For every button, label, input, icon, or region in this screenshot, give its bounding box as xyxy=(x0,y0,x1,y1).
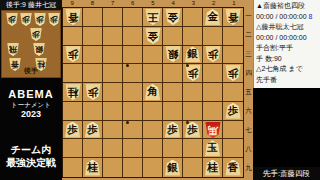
board-cell-72 xyxy=(103,27,123,46)
board-cell-49: 銀 xyxy=(163,158,183,177)
tray-row: 飛銀 xyxy=(2,42,60,56)
rank-label: 七 xyxy=(244,121,253,140)
rank-label: 三 xyxy=(244,45,253,64)
piece-歩-85: 歩 xyxy=(85,84,101,100)
piece-金-52: 金 xyxy=(145,28,161,44)
info-line: 手 数:90 xyxy=(256,54,320,65)
piece-銀-49: 銀 xyxy=(165,160,181,176)
board-cell-85: 歩 xyxy=(83,83,103,102)
board-cell-38 xyxy=(183,139,203,158)
board-cell-24 xyxy=(203,64,223,83)
board-cell-47: 歩 xyxy=(163,121,183,140)
rank-label: 一 xyxy=(244,7,253,26)
board-cell-41: 金 xyxy=(163,8,183,27)
rank-label: 五 xyxy=(244,83,253,102)
file-label: 2 xyxy=(204,0,224,7)
board-cell-55: 角 xyxy=(143,83,163,102)
board-cell-65 xyxy=(123,83,143,102)
info-line: 00:00 / 00:00:00 8 xyxy=(256,12,320,23)
rank-label: 八 xyxy=(244,140,253,159)
board-cell-27: 馬 xyxy=(203,121,223,140)
board-cell-51: 王 xyxy=(143,8,163,27)
info-line: 手合割:平手 xyxy=(256,43,320,54)
event-caption-line2: 最強決定戦 xyxy=(0,156,62,169)
piece-歩-23: 歩 xyxy=(205,46,221,62)
gote-hand-pieces: 歩歩歩歩歩歩飛銀香桂 xyxy=(2,12,60,71)
board-cell-56 xyxy=(143,102,163,121)
board-cell-79 xyxy=(103,158,123,177)
file-label: 3 xyxy=(183,0,203,7)
board-cell-98 xyxy=(63,139,83,158)
board-cell-35 xyxy=(183,83,203,102)
board-cell-48 xyxy=(163,139,183,158)
piece-桂-29: 桂 xyxy=(205,160,221,176)
left-sidebar: 後手:9 藤井七冠 歩歩歩歩歩歩飛銀香桂 後手 ABEMA トーナメント 202… xyxy=(0,0,62,180)
board-cell-82 xyxy=(83,27,103,46)
board-cell-25 xyxy=(203,83,223,102)
board-cell-14: 歩 xyxy=(223,64,243,83)
piece-金-21: 金 xyxy=(205,9,221,25)
piece-歩-16: 歩 xyxy=(225,103,241,119)
board-cell-93: 歩 xyxy=(63,46,83,65)
kifu-info-panel: ▲斎藤裕也四段00:00 / 00:00:00 8△藤井聡太七冠00:00 / … xyxy=(253,0,320,88)
board-cell-13 xyxy=(223,46,243,65)
hand-piece-歩: 歩 xyxy=(20,13,32,26)
file-label: 6 xyxy=(123,0,143,7)
info-line: ▲斎藤裕也四段 xyxy=(256,1,320,12)
board-cell-89: 桂 xyxy=(83,158,103,177)
board-cell-97: 歩 xyxy=(63,121,83,140)
piece-歩-14: 歩 xyxy=(225,65,241,81)
board-cell-54 xyxy=(143,64,163,83)
board-cell-99 xyxy=(63,158,83,177)
board-cell-23: 歩 xyxy=(203,46,223,65)
board-cell-78 xyxy=(103,139,123,158)
shogi-board-area: 987654321 香王金金香金歩銀銀歩歩歩桂歩角歩歩歩歩歩馬玉桂銀桂香 一二三… xyxy=(62,0,253,180)
piece-銀-33: 銀 xyxy=(185,46,201,62)
rank-coordinate-labels: 一二三四五六七八九 xyxy=(244,7,253,178)
board-cell-43: 銀 xyxy=(163,46,183,65)
board-cell-58 xyxy=(143,139,163,158)
board-cell-52: 金 xyxy=(143,27,163,46)
board-cell-34: 歩 xyxy=(183,64,203,83)
board-cell-75 xyxy=(103,83,123,102)
info-line: 00:00 / 00:00:00 xyxy=(256,33,320,44)
piece-桂-95: 桂 xyxy=(65,84,81,100)
stream-frame: 後手:9 藤井七冠 歩歩歩歩歩歩飛銀香桂 後手 ABEMA トーナメント 202… xyxy=(0,0,320,180)
board-cell-29: 桂 xyxy=(203,158,223,177)
piece-王-51: 王 xyxy=(145,9,161,25)
board-cell-84 xyxy=(83,64,103,83)
hand-piece-歩: 歩 xyxy=(34,13,46,26)
board-cell-18 xyxy=(223,139,243,158)
piece-金-41: 金 xyxy=(165,9,181,25)
piece-馬-27: 馬 xyxy=(205,122,221,138)
file-label: 4 xyxy=(163,0,183,7)
info-line-suffix: 8 xyxy=(307,13,313,20)
board-cell-62 xyxy=(123,27,143,46)
info-line: △2七角成 まで xyxy=(256,64,320,75)
event-caption-line1: チーム内 xyxy=(0,143,62,156)
star-point xyxy=(126,64,129,67)
board-cell-92 xyxy=(63,27,83,46)
board-cell-39 xyxy=(183,158,203,177)
abema-year-text: 2023 xyxy=(0,109,62,120)
piece-香-19: 香 xyxy=(225,160,241,176)
board-cell-94 xyxy=(63,64,83,83)
board-cell-46 xyxy=(163,102,183,121)
piece-歩-93: 歩 xyxy=(65,46,81,62)
board-cell-73 xyxy=(103,46,123,65)
board-cell-53 xyxy=(143,46,163,65)
sente-player-banner: 先手:斎藤四段 xyxy=(253,167,320,180)
hand-piece-銀: 銀 xyxy=(33,43,45,56)
piece-香-11: 香 xyxy=(225,9,241,25)
gote-tray-label: 後手 xyxy=(2,66,60,76)
board-cell-66 xyxy=(123,102,143,121)
piece-銀-43: 銀 xyxy=(165,46,181,62)
board-cell-16: 歩 xyxy=(223,102,243,121)
piece-歩-47: 歩 xyxy=(165,122,181,138)
board-cell-57 xyxy=(143,121,163,140)
gote-captured-tray: 歩歩歩歩歩歩飛銀香桂 後手 xyxy=(1,10,61,78)
board-cell-74 xyxy=(103,64,123,83)
board-cell-77 xyxy=(103,121,123,140)
hand-piece-歩: 歩 xyxy=(30,28,42,41)
piece-歩-34: 歩 xyxy=(185,65,201,81)
rank-label: 六 xyxy=(244,102,253,121)
tray-row: 歩 xyxy=(2,27,60,41)
board-cell-63 xyxy=(123,46,143,65)
event-caption: チーム内 最強決定戦 xyxy=(0,143,62,169)
rank-label: 四 xyxy=(244,64,253,83)
board-cell-32 xyxy=(183,27,203,46)
board-cell-61 xyxy=(123,8,143,27)
board-cell-31 xyxy=(183,8,203,27)
info-line: △藤井聡太七冠 xyxy=(256,22,320,33)
board-cell-45 xyxy=(163,83,183,102)
piece-歩-87: 歩 xyxy=(85,122,101,138)
star-point xyxy=(186,121,189,124)
board-cell-44 xyxy=(163,64,183,83)
board-cell-91: 香 xyxy=(63,8,83,27)
board-cell-33: 銀 xyxy=(183,46,203,65)
star-point xyxy=(186,64,189,67)
board-cell-15 xyxy=(223,83,243,102)
board-cell-87: 歩 xyxy=(83,121,103,140)
piece-歩-97: 歩 xyxy=(65,122,81,138)
board-cell-71 xyxy=(103,8,123,27)
file-label: 1 xyxy=(224,0,244,7)
piece-角-55: 角 xyxy=(145,84,161,100)
board-cell-42 xyxy=(163,27,183,46)
star-point xyxy=(126,121,129,124)
info-line: 先手番 xyxy=(256,75,320,86)
board-cell-36 xyxy=(183,102,203,121)
board-cell-17 xyxy=(223,121,243,140)
board-cell-28: 玉 xyxy=(203,139,223,158)
hand-piece-歩: 歩 xyxy=(6,13,18,26)
board-cell-64 xyxy=(123,64,143,83)
rank-label: 九 xyxy=(244,159,253,178)
board-cell-83 xyxy=(83,46,103,65)
abema-logo: ABEMA トーナメント 2023 xyxy=(0,88,62,120)
gote-player-banner: 後手:9 藤井七冠 xyxy=(0,0,62,10)
board-cell-68 xyxy=(123,139,143,158)
file-label: 7 xyxy=(102,0,122,7)
piece-玉-28: 玉 xyxy=(205,140,221,156)
tray-row: 歩歩歩歩歩 xyxy=(2,12,60,26)
board-cell-12 xyxy=(223,27,243,46)
board-cell-26 xyxy=(203,102,223,121)
file-label: 8 xyxy=(82,0,102,7)
board-cell-19: 香 xyxy=(223,158,243,177)
board-cell-22 xyxy=(203,27,223,46)
piece-香-91: 香 xyxy=(65,9,81,25)
piece-桂-89: 桂 xyxy=(85,160,101,176)
board-cell-96 xyxy=(63,102,83,121)
hand-piece-歩: 歩 xyxy=(48,13,60,26)
board-cell-21: 金 xyxy=(203,8,223,27)
file-coordinate-labels: 987654321 xyxy=(62,0,244,7)
file-label: 5 xyxy=(143,0,163,7)
file-label: 9 xyxy=(62,0,82,7)
board-cell-59 xyxy=(143,158,163,177)
board-cell-76 xyxy=(103,102,123,121)
piece-歩-37: 歩 xyxy=(185,122,201,138)
hand-piece-飛: 飛 xyxy=(7,43,19,56)
board-cell-11: 香 xyxy=(223,8,243,27)
board-cell-69 xyxy=(123,158,143,177)
board-cell-81 xyxy=(83,8,103,27)
board-cell-88 xyxy=(83,139,103,158)
rank-label: 二 xyxy=(244,26,253,45)
board-grid: 香王金金香金歩銀銀歩歩歩桂歩角歩歩歩歩歩馬玉桂銀桂香 xyxy=(62,7,244,178)
board-cell-95: 桂 xyxy=(63,83,83,102)
abema-tournament-text: トーナメント xyxy=(0,101,62,109)
board-cell-86 xyxy=(83,102,103,121)
abema-logo-text: ABEMA xyxy=(0,88,62,101)
